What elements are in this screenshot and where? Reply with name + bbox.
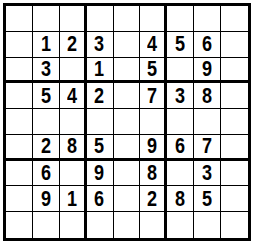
sudoku-cell[interactable] — [167, 161, 194, 187]
sudoku-cell: 3 — [33, 58, 60, 84]
given-digit: 4 — [67, 85, 77, 107]
sudoku-cell[interactable] — [221, 83, 248, 109]
given-digit: 2 — [67, 33, 77, 55]
sudoku-cell[interactable] — [221, 58, 248, 84]
sudoku-cell: 5 — [140, 58, 167, 84]
sudoku-cell: 9 — [140, 135, 167, 161]
sudoku-board: 12345631595427382859676983916285 — [3, 3, 251, 241]
sudoku-cell[interactable] — [87, 6, 114, 32]
given-digit: 8 — [147, 162, 157, 184]
sudoku-cell[interactable] — [6, 6, 33, 32]
given-digit: 5 — [41, 85, 51, 107]
sudoku-cell[interactable] — [60, 161, 87, 187]
sudoku-cell: 2 — [87, 83, 114, 109]
sudoku-cell[interactable] — [6, 161, 33, 187]
sudoku-cell[interactable] — [221, 32, 248, 58]
sudoku-cell[interactable] — [221, 109, 248, 135]
sudoku-cell[interactable] — [114, 161, 141, 187]
sudoku-cell[interactable] — [114, 6, 141, 32]
sudoku-cell: 2 — [140, 186, 167, 212]
sudoku-cell[interactable] — [6, 58, 33, 84]
sudoku-cell[interactable] — [87, 212, 114, 238]
sudoku-cell: 2 — [33, 135, 60, 161]
given-digit: 6 — [95, 188, 105, 210]
given-digit: 5 — [202, 188, 212, 210]
sudoku-cell[interactable] — [6, 212, 33, 238]
sudoku-cell[interactable] — [167, 109, 194, 135]
sudoku-cell[interactable] — [221, 186, 248, 212]
given-digit: 8 — [175, 188, 185, 210]
sudoku-cell[interactable] — [194, 6, 221, 32]
sudoku-page: 12345631595427382859676983916285 — [0, 0, 254, 244]
sudoku-cell[interactable] — [114, 186, 141, 212]
sudoku-cell[interactable] — [33, 6, 60, 32]
sudoku-cell: 8 — [140, 161, 167, 187]
sudoku-cell: 5 — [87, 135, 114, 161]
sudoku-cell[interactable] — [140, 6, 167, 32]
given-digit: 2 — [41, 135, 51, 157]
sudoku-cell[interactable] — [114, 135, 141, 161]
sudoku-cell[interactable] — [194, 212, 221, 238]
given-digit: 1 — [67, 188, 77, 210]
sudoku-cell: 1 — [60, 186, 87, 212]
sudoku-cell[interactable] — [60, 58, 87, 84]
sudoku-cell: 1 — [87, 58, 114, 84]
sudoku-cell: 3 — [194, 161, 221, 187]
sudoku-cell: 9 — [33, 186, 60, 212]
sudoku-cell[interactable] — [221, 135, 248, 161]
given-digit: 8 — [202, 85, 212, 107]
sudoku-cell[interactable] — [6, 32, 33, 58]
given-digit: 3 — [95, 33, 105, 55]
given-digit: 5 — [147, 58, 157, 80]
sudoku-cell: 5 — [33, 83, 60, 109]
given-digit: 4 — [147, 33, 157, 55]
given-digit: 8 — [67, 135, 77, 157]
sudoku-cell[interactable] — [114, 58, 141, 84]
sudoku-cell: 7 — [194, 135, 221, 161]
sudoku-cell: 8 — [60, 135, 87, 161]
sudoku-cell: 6 — [194, 32, 221, 58]
sudoku-cell[interactable] — [60, 212, 87, 238]
sudoku-cell: 3 — [87, 32, 114, 58]
sudoku-cell: 4 — [60, 83, 87, 109]
sudoku-cell[interactable] — [60, 109, 87, 135]
sudoku-cell: 8 — [194, 83, 221, 109]
sudoku-cell: 3 — [167, 83, 194, 109]
given-digit: 6 — [202, 33, 212, 55]
sudoku-cell: 2 — [60, 32, 87, 58]
given-digit: 1 — [41, 33, 51, 55]
given-digit: 6 — [41, 162, 51, 184]
sudoku-cell[interactable] — [87, 109, 114, 135]
sudoku-cell[interactable] — [140, 109, 167, 135]
given-digit: 9 — [147, 135, 157, 157]
given-digit: 3 — [202, 162, 212, 184]
sudoku-cell[interactable] — [114, 212, 141, 238]
sudoku-cell[interactable] — [60, 6, 87, 32]
sudoku-cell: 6 — [87, 186, 114, 212]
sudoku-cell[interactable] — [167, 6, 194, 32]
given-digit: 2 — [147, 188, 157, 210]
sudoku-cell[interactable] — [114, 109, 141, 135]
sudoku-cell[interactable] — [221, 212, 248, 238]
sudoku-cell[interactable] — [6, 83, 33, 109]
given-digit: 9 — [41, 188, 51, 210]
sudoku-cell[interactable] — [33, 109, 60, 135]
sudoku-cell[interactable] — [194, 109, 221, 135]
given-digit: 5 — [175, 33, 185, 55]
sudoku-cell[interactable] — [6, 186, 33, 212]
sudoku-cell: 4 — [140, 32, 167, 58]
given-digit: 9 — [95, 162, 105, 184]
sudoku-cell[interactable] — [167, 58, 194, 84]
sudoku-cell[interactable] — [6, 135, 33, 161]
sudoku-cell: 5 — [167, 32, 194, 58]
sudoku-cell[interactable] — [221, 6, 248, 32]
given-digit: 6 — [175, 135, 185, 157]
sudoku-cell: 6 — [167, 135, 194, 161]
sudoku-cell: 1 — [33, 32, 60, 58]
sudoku-cell[interactable] — [33, 212, 60, 238]
sudoku-cell: 9 — [194, 58, 221, 84]
sudoku-cell[interactable] — [167, 212, 194, 238]
sudoku-cell: 6 — [33, 161, 60, 187]
sudoku-cell: 5 — [194, 186, 221, 212]
given-digit: 3 — [41, 58, 51, 80]
sudoku-cell: 9 — [87, 161, 114, 187]
given-digit: 5 — [95, 135, 105, 157]
sudoku-cell[interactable] — [221, 161, 248, 187]
sudoku-cell[interactable] — [140, 212, 167, 238]
sudoku-cell: 8 — [167, 186, 194, 212]
given-digit: 9 — [202, 58, 212, 80]
given-digit: 7 — [202, 135, 212, 157]
given-digit: 1 — [95, 58, 105, 80]
given-digit: 3 — [175, 85, 185, 107]
given-digit: 7 — [147, 85, 157, 107]
sudoku-cell: 7 — [140, 83, 167, 109]
sudoku-cell[interactable] — [6, 109, 33, 135]
sudoku-cell[interactable] — [114, 32, 141, 58]
given-digit: 2 — [95, 85, 105, 107]
sudoku-cell[interactable] — [114, 83, 141, 109]
